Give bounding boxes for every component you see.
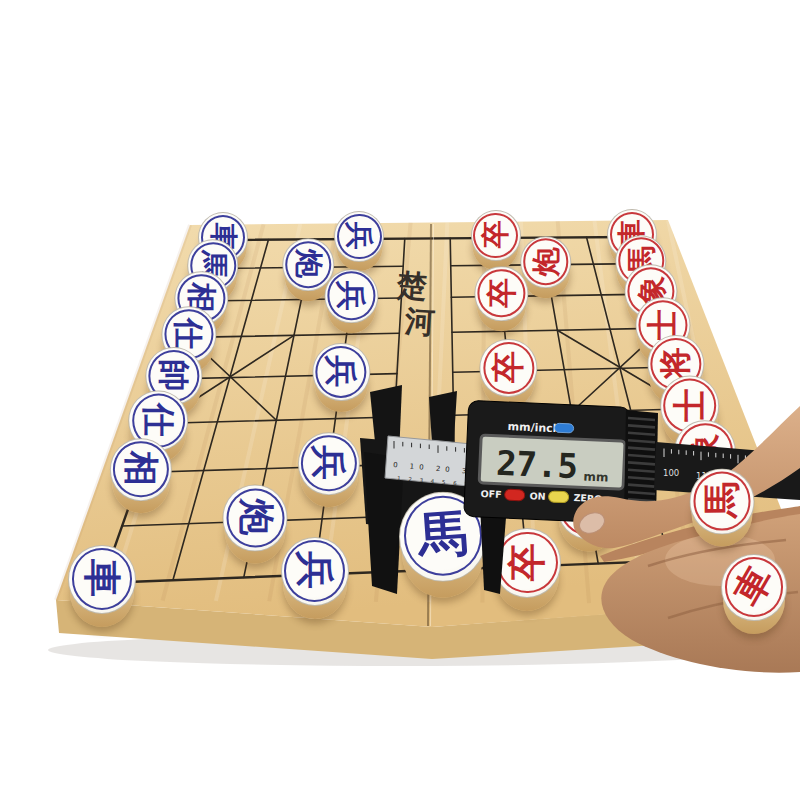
piece-character: 馬	[704, 482, 740, 518]
piece-red-chariot-tipped: 車	[721, 554, 787, 628]
piece-red-horse-f8: 馬	[690, 468, 755, 541]
hand	[0, 0, 800, 800]
scene: 楚 河 車馬相仕帥仕相車炮炮兵兵兵兵兵馬車馬象士将士象馬車炮炮卒卒卒卒卒 0 1…	[0, 0, 800, 800]
